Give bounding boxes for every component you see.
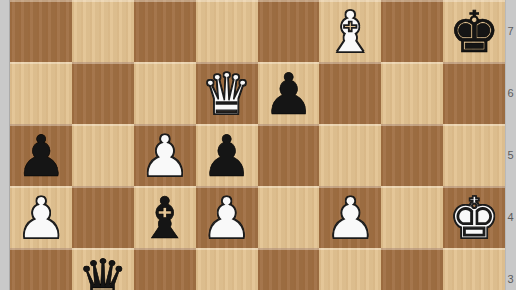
piece-black-pawn-a5[interactable]: ♟ [15, 128, 66, 185]
rank-label-4: 4 [505, 186, 516, 248]
rank-label-6: 6 [505, 62, 516, 124]
square-b3[interactable]: ♛ [72, 248, 134, 290]
square-c7[interactable] [134, 0, 196, 62]
square-f5[interactable] [319, 124, 381, 186]
square-d6[interactable]: ♛ [196, 62, 258, 124]
rank-label-3: 3 [505, 248, 516, 290]
piece-white-bishop-f7[interactable]: ♝ [325, 4, 376, 61]
square-b6[interactable] [72, 62, 134, 124]
square-g6[interactable] [381, 62, 443, 124]
square-h5[interactable] [443, 124, 505, 186]
square-c3[interactable] [134, 248, 196, 290]
piece-white-pawn-a4[interactable]: ♟ [15, 190, 66, 247]
piece-white-pawn-d4[interactable]: ♟ [201, 190, 252, 247]
rank-label-5: 5 [505, 124, 516, 186]
square-a3[interactable] [10, 248, 72, 290]
square-g5[interactable] [381, 124, 443, 186]
piece-black-king-h7[interactable]: ♚ [449, 4, 500, 61]
piece-black-bishop-c4[interactable]: ♝ [139, 190, 190, 247]
chess-app-viewport: ♝♚♛♟♟♟♟♟♝♟♟♚♛ 76543 [0, 0, 516, 290]
square-b7[interactable] [72, 0, 134, 62]
piece-white-king-h4[interactable]: ♚ [449, 190, 500, 247]
square-d7[interactable] [196, 0, 258, 62]
square-c6[interactable] [134, 62, 196, 124]
square-e7[interactable] [258, 0, 320, 62]
square-h3[interactable] [443, 248, 505, 290]
square-h7[interactable]: ♚ [443, 0, 505, 62]
square-d5[interactable]: ♟ [196, 124, 258, 186]
piece-black-pawn-e6[interactable]: ♟ [263, 66, 314, 123]
square-g4[interactable] [381, 186, 443, 248]
square-g3[interactable] [381, 248, 443, 290]
piece-black-queen-b3[interactable]: ♛ [77, 252, 128, 290]
square-b5[interactable] [72, 124, 134, 186]
square-f7[interactable]: ♝ [319, 0, 381, 62]
piece-white-pawn-c5[interactable]: ♟ [139, 128, 190, 185]
chess-board: ♝♚♛♟♟♟♟♟♝♟♟♚♛ [10, 0, 505, 290]
square-f3[interactable] [319, 248, 381, 290]
square-e4[interactable] [258, 186, 320, 248]
square-c5[interactable]: ♟ [134, 124, 196, 186]
rank-labels: 76543 [505, 0, 516, 290]
square-h6[interactable] [443, 62, 505, 124]
square-h4[interactable]: ♚ [443, 186, 505, 248]
square-g7[interactable] [381, 0, 443, 62]
square-a4[interactable]: ♟ [10, 186, 72, 248]
piece-black-pawn-d5[interactable]: ♟ [201, 128, 252, 185]
square-b4[interactable] [72, 186, 134, 248]
square-d3[interactable] [196, 248, 258, 290]
square-f6[interactable] [319, 62, 381, 124]
square-e6[interactable]: ♟ [258, 62, 320, 124]
rank-label-7: 7 [505, 0, 516, 62]
square-e3[interactable] [258, 248, 320, 290]
square-e5[interactable] [258, 124, 320, 186]
square-a5[interactable]: ♟ [10, 124, 72, 186]
square-a7[interactable] [10, 0, 72, 62]
square-d4[interactable]: ♟ [196, 186, 258, 248]
square-f4[interactable]: ♟ [319, 186, 381, 248]
piece-white-pawn-f4[interactable]: ♟ [325, 190, 376, 247]
square-a6[interactable] [10, 62, 72, 124]
square-c4[interactable]: ♝ [134, 186, 196, 248]
piece-white-queen-d6[interactable]: ♛ [201, 66, 252, 123]
